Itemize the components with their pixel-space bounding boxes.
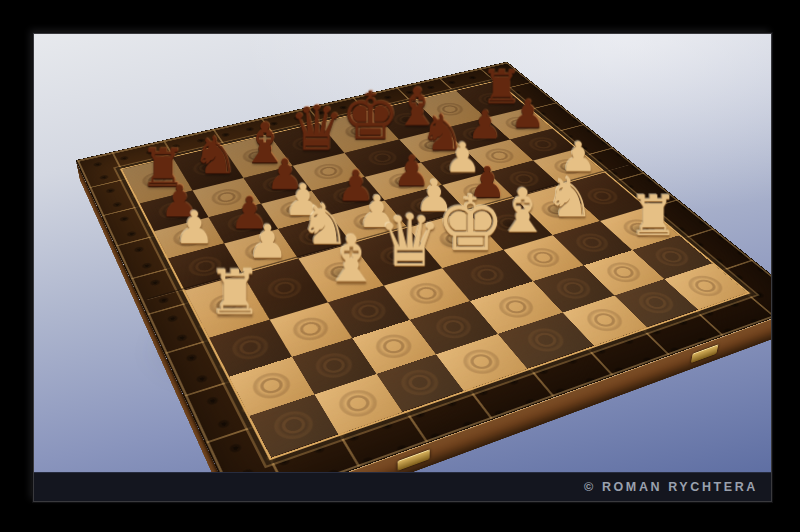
piece-white-rook: ♜ — [207, 262, 262, 324]
piece-white-pawn: ♟ — [174, 205, 215, 250]
piece-white-queen: ♛ — [378, 205, 443, 277]
square-f3 — [503, 235, 583, 281]
piece-white-king: ♚ — [436, 184, 505, 261]
piece-white-bishop: ♝ — [322, 227, 380, 292]
photo-backdrop: ♜♞♝♛♚♝♜♟♟♞♟♟♟♟♟♟♟♟♟♞♟♟♟♟♜♝♛♚♝♞♜ — [34, 34, 771, 472]
brass-hinge — [690, 344, 718, 363]
board-grid: ♜♞♝♛♚♝♜♟♟♞♟♟♟♟♟♟♟♟♟♞♟♟♟♟♜♝♛♚♝♞♜ — [122, 81, 747, 457]
caption-band: © ROMAN RYCHTERA — [34, 472, 771, 501]
photo-frame: ♜♞♝♛♚♝♜♟♟♞♟♟♟♟♟♟♟♟♟♞♟♟♟♟♜♝♛♚♝♞♜ © ROMAN … — [33, 33, 772, 502]
piece-white-rook: ♜ — [628, 188, 678, 244]
board-surface: ♜♞♝♛♚♝♜♟♟♞♟♟♟♟♟♟♟♟♟♞♟♟♟♟♜♝♛♚♝♞♜ — [75, 62, 771, 472]
copyright-caption: © ROMAN RYCHTERA — [584, 480, 758, 494]
photo-canvas: ♜♞♝♛♚♝♜♟♟♞♟♟♟♟♟♟♟♟♟♞♟♟♟♟♜♝♛♚♝♞♜ © ROMAN … — [0, 0, 800, 532]
piece-black-king: ♚ — [340, 82, 399, 148]
chess-board: ♜♞♝♛♚♝♜♟♟♞♟♟♟♟♟♟♟♟♟♞♟♟♟♟♜♝♛♚♝♞♜ — [75, 62, 771, 472]
piece-black-pawn: ♟ — [510, 95, 545, 134]
brass-hinge — [397, 449, 429, 471]
piece-black-knight: ♞ — [191, 130, 237, 182]
piece-white-knight: ♞ — [545, 170, 594, 225]
